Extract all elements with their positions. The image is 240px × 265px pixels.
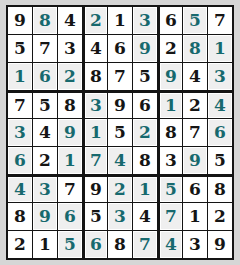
cell-r2c8-given[interactable]: 8 bbox=[183, 35, 207, 62]
cell-r5c7-solved[interactable]: 8 bbox=[158, 119, 182, 146]
cell-r4c3-solved[interactable]: 8 bbox=[58, 91, 82, 118]
cell-r1c2-given[interactable]: 8 bbox=[33, 7, 57, 34]
cell-r1c1-solved[interactable]: 9 bbox=[8, 7, 32, 34]
cell-r2c1-solved[interactable]: 5 bbox=[8, 35, 32, 62]
cell-r5c3-given[interactable]: 9 bbox=[58, 119, 82, 146]
cell-r8c7-given[interactable]: 7 bbox=[158, 203, 182, 230]
cell-r6c5-given[interactable]: 4 bbox=[108, 147, 132, 174]
cell-r6c2-solved[interactable]: 2 bbox=[33, 147, 57, 174]
cell-r8c1-solved[interactable]: 8 bbox=[8, 203, 32, 230]
cell-r9c2-solved[interactable]: 1 bbox=[33, 231, 57, 258]
cell-r8c6-solved[interactable]: 4 bbox=[133, 203, 157, 230]
cell-r1c3-solved[interactable]: 4 bbox=[58, 7, 82, 34]
cell-r9c9-solved[interactable]: 9 bbox=[208, 231, 232, 258]
cell-r2c7-solved[interactable]: 2 bbox=[158, 35, 182, 62]
cell-r7c7-given[interactable]: 5 bbox=[158, 175, 182, 202]
cell-r2c4-solved[interactable]: 4 bbox=[83, 35, 107, 62]
cell-r4c9-given[interactable]: 4 bbox=[208, 91, 232, 118]
cell-r6c6-solved[interactable]: 8 bbox=[133, 147, 157, 174]
cell-r8c8-solved[interactable]: 1 bbox=[183, 203, 207, 230]
cell-r3c7-given[interactable]: 9 bbox=[158, 63, 182, 90]
cell-r5c6-given[interactable]: 2 bbox=[133, 119, 157, 146]
cell-r4c7-given[interactable]: 1 bbox=[158, 91, 182, 118]
cell-r9c3-given[interactable]: 5 bbox=[58, 231, 82, 258]
cell-r4c2-solved[interactable]: 5 bbox=[33, 91, 57, 118]
cell-r5c9-given[interactable]: 6 bbox=[208, 119, 232, 146]
cell-r4c6-solved[interactable]: 6 bbox=[133, 91, 157, 118]
cell-r4c5-solved[interactable]: 9 bbox=[108, 91, 132, 118]
cell-r8c5-given[interactable]: 3 bbox=[108, 203, 132, 230]
cell-r6c7-solved[interactable]: 3 bbox=[158, 147, 182, 174]
cell-r7c6-given[interactable]: 1 bbox=[133, 175, 157, 202]
cell-r5c1-given[interactable]: 3 bbox=[8, 119, 32, 146]
cell-r5c5-solved[interactable]: 5 bbox=[108, 119, 132, 146]
cell-r5c4-given[interactable]: 1 bbox=[83, 119, 107, 146]
cell-r7c8-solved[interactable]: 6 bbox=[183, 175, 207, 202]
cell-r4c8-solved[interactable]: 2 bbox=[183, 91, 207, 118]
cell-r1c8-given[interactable]: 5 bbox=[183, 7, 207, 34]
cell-r1c9-solved[interactable]: 7 bbox=[208, 7, 232, 34]
cell-r2c5-solved[interactable]: 6 bbox=[108, 35, 132, 62]
sudoku-page: 9842136575734692811628759437583961243491… bbox=[0, 0, 240, 265]
cell-r9c4-given[interactable]: 6 bbox=[83, 231, 107, 258]
cell-r3c1-given[interactable]: 1 bbox=[8, 63, 32, 90]
cell-r5c8-solved[interactable]: 7 bbox=[183, 119, 207, 146]
cell-r3c3-given[interactable]: 2 bbox=[58, 63, 82, 90]
cell-r9c7-given[interactable]: 4 bbox=[158, 231, 182, 258]
cell-r2c2-solved[interactable]: 7 bbox=[33, 35, 57, 62]
cell-r4c1-solved[interactable]: 7 bbox=[8, 91, 32, 118]
cell-r1c7-solved[interactable]: 6 bbox=[158, 7, 182, 34]
cell-r2c3-solved[interactable]: 3 bbox=[58, 35, 82, 62]
cell-r2c9-given[interactable]: 1 bbox=[208, 35, 232, 62]
cell-r2c6-given[interactable]: 9 bbox=[133, 35, 157, 62]
cell-r4c4-given[interactable]: 3 bbox=[83, 91, 107, 118]
cell-r8c9-solved[interactable]: 2 bbox=[208, 203, 232, 230]
cell-r6c8-given[interactable]: 9 bbox=[183, 147, 207, 174]
cell-r7c9-solved[interactable]: 8 bbox=[208, 175, 232, 202]
cell-r7c3-solved[interactable]: 7 bbox=[58, 175, 82, 202]
cell-r1c6-given[interactable]: 3 bbox=[133, 7, 157, 34]
cell-r9c8-solved[interactable]: 3 bbox=[183, 231, 207, 258]
sudoku-board: 9842136575734692811628759437583961243491… bbox=[6, 5, 234, 260]
cell-r1c5-solved[interactable]: 1 bbox=[108, 7, 132, 34]
cell-r8c4-solved[interactable]: 5 bbox=[83, 203, 107, 230]
cell-r6c4-given[interactable]: 7 bbox=[83, 147, 107, 174]
cell-r8c2-given[interactable]: 9 bbox=[33, 203, 57, 230]
cell-r9c5-solved[interactable]: 8 bbox=[108, 231, 132, 258]
cell-r1c4-given[interactable]: 2 bbox=[83, 7, 107, 34]
cell-r3c2-given[interactable]: 6 bbox=[33, 63, 57, 90]
cell-r7c1-given[interactable]: 4 bbox=[8, 175, 32, 202]
cell-r6c3-given[interactable]: 1 bbox=[58, 147, 82, 174]
cell-r6c1-given[interactable]: 6 bbox=[8, 147, 32, 174]
cell-r3c6-solved[interactable]: 5 bbox=[133, 63, 157, 90]
cell-r7c5-given[interactable]: 2 bbox=[108, 175, 132, 202]
cell-r5c2-solved[interactable]: 4 bbox=[33, 119, 57, 146]
cell-r9c1-solved[interactable]: 2 bbox=[8, 231, 32, 258]
cell-r7c2-given[interactable]: 3 bbox=[33, 175, 57, 202]
cell-r6c9-solved[interactable]: 5 bbox=[208, 147, 232, 174]
cell-r3c8-solved[interactable]: 4 bbox=[183, 63, 207, 90]
cell-r9c6-given[interactable]: 7 bbox=[133, 231, 157, 258]
cell-r3c5-solved[interactable]: 7 bbox=[108, 63, 132, 90]
cell-r3c4-solved[interactable]: 8 bbox=[83, 63, 107, 90]
cell-r3c9-given[interactable]: 3 bbox=[208, 63, 232, 90]
cell-r7c4-solved[interactable]: 9 bbox=[83, 175, 107, 202]
cell-r8c3-given[interactable]: 6 bbox=[58, 203, 82, 230]
